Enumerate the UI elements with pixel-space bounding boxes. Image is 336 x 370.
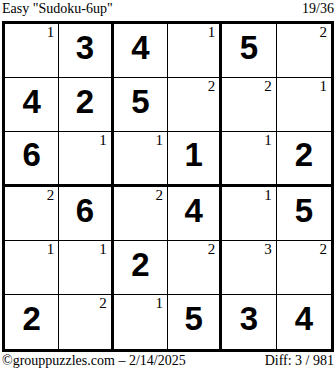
given-digit: 5 — [240, 31, 258, 64]
corner-mark: 2 — [99, 295, 107, 312]
cell-r6c3[interactable]: 1 — [114, 295, 168, 349]
given-digit: 4 — [295, 302, 313, 335]
given-digit: 4 — [22, 85, 40, 118]
cell-r1c6[interactable]: 2 — [277, 24, 331, 78]
cell-r2c4[interactable]: 2 — [168, 78, 222, 132]
cell-r3c5[interactable]: 1 — [222, 132, 276, 186]
corner-mark: 1 — [99, 132, 107, 149]
cell-r1c4[interactable]: 1 — [168, 24, 222, 78]
cell-r6c1: 2 — [5, 295, 59, 349]
puzzle-title: Easy "Sudoku-6up" — [2, 1, 113, 17]
given-digit: 4 — [131, 31, 149, 64]
cell-r5c2[interactable]: 1 — [59, 241, 113, 295]
empty-cell-counter: 19/36 — [302, 1, 334, 17]
given-digit: 5 — [131, 85, 149, 118]
cell-r1c3: 4 — [114, 24, 168, 78]
cell-r2c2: 2 — [59, 78, 113, 132]
puzzle-page: Easy "Sudoku-6up" 19/36 1341524252216111… — [0, 0, 336, 370]
cell-r3c2[interactable]: 1 — [59, 132, 113, 186]
corner-mark: 1 — [99, 241, 107, 258]
cell-r2c3: 5 — [114, 78, 168, 132]
cell-r5c5[interactable]: 3 — [222, 241, 276, 295]
given-digit: 3 — [76, 31, 94, 64]
sudoku-6up-board: 134152425221611112262415112232221534 — [2, 21, 334, 352]
cell-r6c2[interactable]: 2 — [59, 295, 113, 349]
given-digit: 4 — [184, 194, 202, 227]
cell-r4c4: 4 — [168, 187, 222, 241]
copyright-date: ©grouppuzzles.com – 2/14/2025 — [2, 353, 186, 369]
cell-r1c5: 5 — [222, 24, 276, 78]
corner-mark: 2 — [319, 24, 327, 41]
corner-mark: 1 — [264, 132, 272, 149]
given-digit: 6 — [76, 194, 94, 227]
corner-mark: 1 — [47, 24, 55, 41]
corner-mark: 2 — [264, 78, 272, 95]
cell-r3c3[interactable]: 1 — [114, 132, 168, 186]
difficulty-rating: Diff: 3 / 981 — [265, 353, 334, 369]
corner-mark: 2 — [208, 241, 216, 258]
corner-mark: 2 — [47, 187, 55, 204]
cell-r3c1: 6 — [5, 132, 59, 186]
cell-r4c2: 6 — [59, 187, 113, 241]
cell-r4c6: 5 — [277, 187, 331, 241]
corner-mark: 1 — [47, 241, 55, 258]
cell-r4c3[interactable]: 2 — [114, 187, 168, 241]
cell-r1c2: 3 — [59, 24, 113, 78]
cell-r1c1[interactable]: 1 — [5, 24, 59, 78]
corner-mark: 2 — [319, 241, 327, 258]
given-digit: 3 — [240, 302, 258, 335]
corner-mark: 3 — [264, 241, 272, 258]
footer: ©grouppuzzles.com – 2/14/2025 Diff: 3 / … — [2, 353, 334, 369]
given-digit: 5 — [184, 302, 202, 335]
corner-mark: 1 — [264, 187, 272, 204]
given-digit: 2 — [131, 248, 149, 281]
corner-mark: 1 — [155, 295, 163, 312]
cell-r6c5: 3 — [222, 295, 276, 349]
corner-mark: 1 — [319, 78, 327, 95]
cell-r2c5[interactable]: 2 — [222, 78, 276, 132]
cell-r2c1: 4 — [5, 78, 59, 132]
cell-r3c4: 1 — [168, 132, 222, 186]
corner-mark: 1 — [208, 24, 216, 41]
given-digit: 2 — [76, 85, 94, 118]
header: Easy "Sudoku-6up" 19/36 — [2, 1, 334, 19]
corner-mark: 2 — [208, 78, 216, 95]
corner-mark: 1 — [155, 132, 163, 149]
cell-r5c3: 2 — [114, 241, 168, 295]
cell-r6c6: 4 — [277, 295, 331, 349]
given-digit: 6 — [22, 138, 40, 171]
cell-r4c5[interactable]: 1 — [222, 187, 276, 241]
given-digit: 1 — [184, 138, 202, 171]
given-digit: 5 — [295, 194, 313, 227]
corner-mark: 2 — [155, 187, 163, 204]
cell-r5c4[interactable]: 2 — [168, 241, 222, 295]
given-digit: 2 — [22, 302, 40, 335]
cell-r2c6[interactable]: 1 — [277, 78, 331, 132]
cell-r5c1[interactable]: 1 — [5, 241, 59, 295]
cell-r4c1[interactable]: 2 — [5, 187, 59, 241]
given-digit: 2 — [295, 138, 313, 171]
cell-r6c4: 5 — [168, 295, 222, 349]
cell-r3c6: 2 — [277, 132, 331, 186]
cell-r5c6[interactable]: 2 — [277, 241, 331, 295]
